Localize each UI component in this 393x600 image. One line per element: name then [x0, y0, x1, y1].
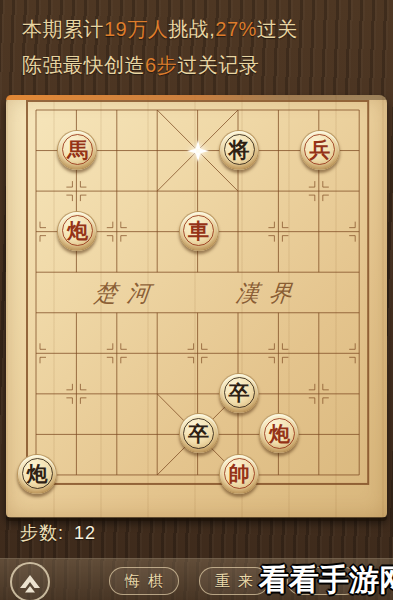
challenge-stats-line1: 本期累计19万人挑战,27%过关: [22, 16, 298, 43]
piece-black-卒[interactable]: 卒: [179, 413, 219, 453]
piece-red-馬[interactable]: 馬: [57, 130, 97, 170]
piece-character: 卒: [180, 414, 218, 452]
challenge-record-line2: 陈强最快创造6步过关记录: [22, 52, 259, 79]
record-text: 陈强最快创造: [22, 54, 145, 76]
piece-red-車[interactable]: 車: [179, 211, 219, 251]
piece-black-卒[interactable]: 卒: [219, 373, 259, 413]
record-text: 过关记录: [177, 54, 259, 76]
step-counter-value: 12: [74, 523, 96, 543]
watermark: 看看手游网: [259, 560, 393, 600]
piece-character: 車: [180, 212, 218, 250]
river-label-left: 楚河: [92, 278, 161, 309]
piece-red-炮[interactable]: 炮: [259, 413, 299, 453]
app-screen: 本期累计19万人挑战,27%过关 陈强最快创造6步过关记录 楚河 漢界 馬将兵炮…: [0, 0, 393, 600]
chevron-up-icon: [12, 564, 48, 600]
xiangqi-board[interactable]: 楚河 漢界 馬将兵炮車卒卒炮炮帥: [6, 95, 387, 518]
piece-character: 帥: [220, 455, 258, 493]
stats-text: 挑战,: [168, 18, 215, 40]
piece-character: 馬: [58, 131, 96, 169]
step-counter: 步数:12: [20, 521, 96, 545]
piece-character: 卒: [220, 374, 258, 412]
piece-black-将[interactable]: 将: [219, 130, 259, 170]
river-label-right: 漢界: [234, 278, 303, 309]
piece-character: 炮: [58, 212, 96, 250]
stats-percent-highlight: 27%: [215, 18, 257, 40]
piece-character: 将: [220, 131, 258, 169]
undo-move-button[interactable]: 悔棋: [109, 567, 179, 595]
piece-red-炮[interactable]: 炮: [57, 211, 97, 251]
piece-character: 炮: [18, 455, 56, 493]
expand-menu-button[interactable]: [10, 562, 50, 600]
stats-text: 本期累计: [22, 18, 104, 40]
piece-character: 兵: [301, 131, 339, 169]
piece-red-兵[interactable]: 兵: [300, 130, 340, 170]
record-steps-highlight: 6步: [145, 54, 177, 76]
piece-red-帥[interactable]: 帥: [219, 454, 259, 494]
piece-character: 炮: [260, 414, 298, 452]
step-counter-label: 步数:: [20, 523, 64, 543]
sparkle-icon: [185, 138, 211, 164]
stats-text: 过关: [257, 18, 298, 40]
piece-black-炮[interactable]: 炮: [17, 454, 57, 494]
stats-count-highlight: 19万人: [104, 18, 168, 40]
